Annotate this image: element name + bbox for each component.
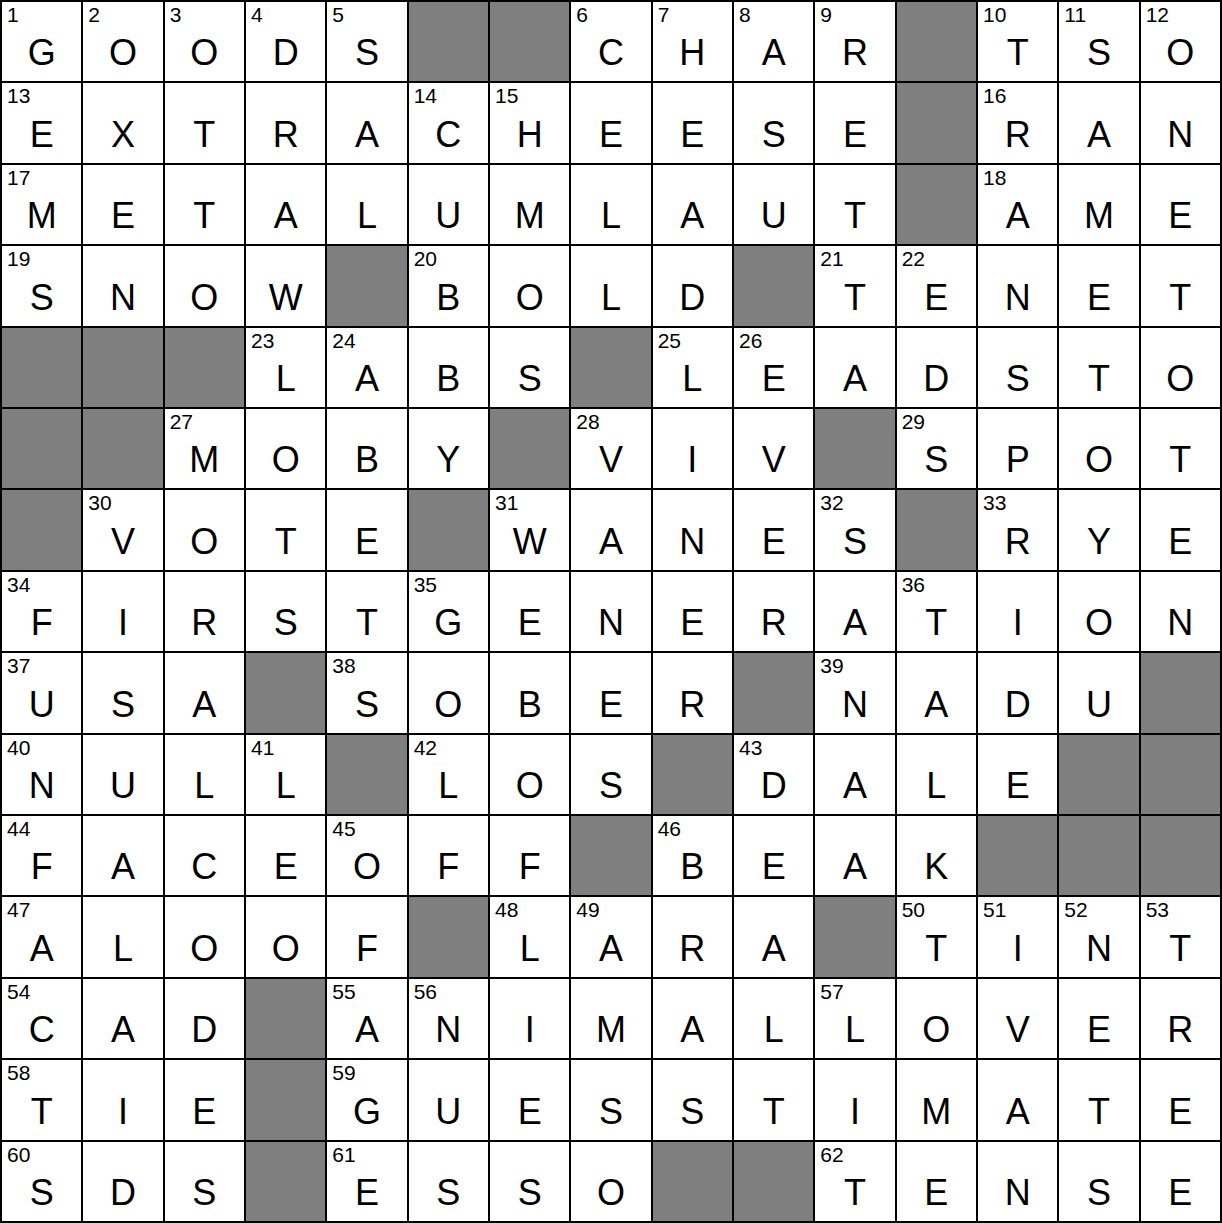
clue-number: 34: [7, 574, 30, 595]
grid-cell[interactable]: 24A: [327, 328, 406, 407]
grid-cell[interactable]: L: [83, 897, 162, 976]
black-cell: [2, 328, 81, 407]
grid-cell[interactable]: O: [1059, 572, 1138, 651]
grid-cell[interactable]: 34F: [2, 572, 81, 651]
grid-cell[interactable]: S: [653, 1060, 732, 1139]
grid-cell[interactable]: S: [83, 653, 162, 732]
grid-cell[interactable]: K: [897, 816, 976, 895]
grid-cell[interactable]: E: [571, 653, 650, 732]
grid-cell[interactable]: M: [1059, 165, 1138, 244]
cell-letter: D: [897, 361, 976, 397]
cell-letter: I: [978, 605, 1057, 641]
grid-cell[interactable]: 58T: [2, 1060, 81, 1139]
grid-cell[interactable]: M: [490, 165, 569, 244]
grid-cell[interactable]: L: [897, 735, 976, 814]
grid-cell[interactable]: N: [1141, 572, 1220, 651]
grid-cell[interactable]: L: [327, 165, 406, 244]
grid-cell[interactable]: B: [409, 328, 488, 407]
grid-cell[interactable]: 16R: [978, 83, 1057, 162]
cell-letter: C: [571, 35, 650, 71]
grid-cell[interactable]: E: [1141, 490, 1220, 569]
grid-cell[interactable]: S: [490, 328, 569, 407]
clue-number: 55: [332, 981, 355, 1002]
cell-letter: O: [490, 280, 569, 316]
grid-cell[interactable]: S: [246, 572, 325, 651]
grid-cell[interactable]: A: [815, 572, 894, 651]
grid-cell[interactable]: 53T: [1141, 897, 1220, 976]
grid-cell[interactable]: O: [571, 1142, 650, 1221]
grid-cell[interactable]: A: [815, 735, 894, 814]
grid-cell[interactable]: A: [571, 490, 650, 569]
clue-number: 42: [414, 737, 437, 758]
grid-cell[interactable]: A: [978, 1060, 1057, 1139]
grid-cell[interactable]: O: [246, 897, 325, 976]
grid-cell[interactable]: A: [734, 897, 813, 976]
grid-cell[interactable]: D: [653, 246, 732, 325]
grid-cell[interactable]: A: [1059, 83, 1138, 162]
black-cell: [1141, 735, 1220, 814]
grid-cell[interactable]: 61E: [327, 1142, 406, 1221]
clue-number: 37: [7, 655, 30, 676]
grid-cell[interactable]: 33R: [978, 490, 1057, 569]
grid-cell[interactable]: I: [490, 979, 569, 1058]
grid-cell[interactable]: 2O: [83, 2, 162, 81]
cell-letter: U: [409, 198, 488, 234]
grid-cell[interactable]: E: [165, 1060, 244, 1139]
grid-cell[interactable]: 41L: [246, 735, 325, 814]
grid-cell[interactable]: I: [83, 572, 162, 651]
grid-cell[interactable]: L: [571, 165, 650, 244]
grid-cell[interactable]: Y: [409, 409, 488, 488]
clue-number: 5: [332, 4, 344, 25]
cell-letter: A: [571, 524, 650, 560]
grid-cell[interactable]: U: [409, 165, 488, 244]
grid-cell[interactable]: E: [327, 490, 406, 569]
grid-cell[interactable]: S: [490, 1142, 569, 1221]
grid-cell[interactable]: 3O: [165, 2, 244, 81]
black-cell: [409, 490, 488, 569]
grid-cell[interactable]: 45O: [327, 816, 406, 895]
grid-cell[interactable]: S: [409, 1142, 488, 1221]
grid-cell[interactable]: T: [734, 1060, 813, 1139]
grid-cell[interactable]: 46B: [653, 816, 732, 895]
cell-letter: L: [734, 1012, 813, 1048]
grid-cell[interactable]: R: [653, 653, 732, 732]
crossword-grid: 1G2O3O4D5S6C7H8A9R10T11S12O13EXTRA14C15H…: [0, 0, 1222, 1223]
clue-number: 2: [88, 4, 100, 25]
cell-letter: B: [653, 849, 732, 885]
cell-letter: L: [409, 768, 488, 804]
grid-cell[interactable]: E: [490, 572, 569, 651]
clue-number: 7: [658, 4, 670, 25]
black-cell: [83, 409, 162, 488]
cell-letter: O: [1141, 35, 1220, 71]
cell-letter: O: [165, 524, 244, 560]
grid-cell[interactable]: F: [409, 816, 488, 895]
grid-cell[interactable]: 44F: [2, 816, 81, 895]
grid-cell[interactable]: T: [1141, 246, 1220, 325]
cell-letter: L: [327, 198, 406, 234]
grid-cell[interactable]: I: [653, 409, 732, 488]
grid-cell[interactable]: Y: [1059, 490, 1138, 569]
black-cell: [815, 897, 894, 976]
black-cell: [897, 490, 976, 569]
grid-cell[interactable]: T: [815, 165, 894, 244]
grid-cell[interactable]: N: [83, 246, 162, 325]
grid-cell[interactable]: O: [165, 897, 244, 976]
grid-cell[interactable]: V: [734, 409, 813, 488]
black-cell: [83, 328, 162, 407]
grid-cell[interactable]: 4D: [246, 2, 325, 81]
grid-cell[interactable]: I: [83, 1060, 162, 1139]
cell-letter: O: [897, 1012, 976, 1048]
clue-number: 4: [251, 4, 263, 25]
grid-cell[interactable]: 29S: [897, 409, 976, 488]
grid-cell[interactable]: E: [1141, 1060, 1220, 1139]
grid-cell[interactable]: T: [165, 165, 244, 244]
black-cell: [897, 2, 976, 81]
black-cell: [409, 897, 488, 976]
grid-cell[interactable]: U: [409, 1060, 488, 1139]
cell-letter: V: [978, 1012, 1057, 1048]
grid-cell[interactable]: E: [571, 83, 650, 162]
grid-cell[interactable]: 6C: [571, 2, 650, 81]
grid-cell[interactable]: 20B: [409, 246, 488, 325]
grid-cell[interactable]: R: [165, 572, 244, 651]
grid-cell[interactable]: F: [327, 897, 406, 976]
clue-number: 52: [1064, 899, 1087, 920]
grid-cell[interactable]: N: [653, 490, 732, 569]
grid-cell[interactable]: 1G: [2, 2, 81, 81]
black-cell: [246, 979, 325, 1058]
clue-number: 1: [7, 4, 19, 25]
grid-cell[interactable]: E: [246, 816, 325, 895]
cell-letter: A: [897, 687, 976, 723]
black-cell: [1141, 816, 1220, 895]
clue-number: 40: [7, 737, 30, 758]
grid-cell[interactable]: U: [734, 165, 813, 244]
clue-number: 22: [902, 248, 925, 269]
cell-letter: A: [1059, 117, 1138, 153]
grid-cell[interactable]: R: [1141, 979, 1220, 1058]
cell-letter: L: [571, 198, 650, 234]
grid-cell[interactable]: S: [734, 83, 813, 162]
grid-cell[interactable]: 52N: [1059, 897, 1138, 976]
grid-cell[interactable]: 40N: [2, 735, 81, 814]
grid-cell[interactable]: A: [653, 165, 732, 244]
grid-cell[interactable]: R: [246, 83, 325, 162]
grid-cell[interactable]: U: [83, 735, 162, 814]
grid-cell[interactable]: 15H: [490, 83, 569, 162]
grid-cell[interactable]: 30V: [83, 490, 162, 569]
grid-cell[interactable]: U: [1059, 653, 1138, 732]
grid-cell[interactable]: 26E: [734, 328, 813, 407]
grid-cell[interactable]: S: [978, 328, 1057, 407]
grid-cell[interactable]: A: [246, 165, 325, 244]
grid-cell[interactable]: 28V: [571, 409, 650, 488]
grid-cell[interactable]: 14C: [409, 83, 488, 162]
black-cell: [653, 735, 732, 814]
grid-cell[interactable]: S: [571, 735, 650, 814]
cell-letter: R: [1141, 1012, 1220, 1048]
cell-letter: L: [815, 1012, 894, 1048]
grid-cell[interactable]: A: [653, 979, 732, 1058]
grid-cell[interactable]: 35G: [409, 572, 488, 651]
grid-cell[interactable]: 9R: [815, 2, 894, 81]
grid-cell[interactable]: 37U: [2, 653, 81, 732]
cell-letter: L: [246, 768, 325, 804]
grid-cell[interactable]: 12O: [1141, 2, 1220, 81]
grid-cell[interactable]: 39N: [815, 653, 894, 732]
grid-cell[interactable]: 7H: [653, 2, 732, 81]
cell-letter: E: [1059, 280, 1138, 316]
cell-letter: U: [83, 768, 162, 804]
cell-letter: Y: [409, 442, 488, 478]
grid-cell[interactable]: V: [978, 979, 1057, 1058]
grid-cell[interactable]: T: [1141, 409, 1220, 488]
grid-cell[interactable]: E: [978, 735, 1057, 814]
grid-cell[interactable]: O: [897, 979, 976, 1058]
grid-cell[interactable]: E: [653, 572, 732, 651]
grid-cell[interactable]: E: [734, 490, 813, 569]
grid-cell[interactable]: 27M: [165, 409, 244, 488]
grid-cell[interactable]: 5S: [327, 2, 406, 81]
grid-cell[interactable]: 51I: [978, 897, 1057, 976]
cell-letter: A: [2, 931, 81, 967]
black-cell: [246, 653, 325, 732]
cell-letter: R: [653, 931, 732, 967]
grid-cell[interactable]: E: [897, 1142, 976, 1221]
cell-letter: O: [409, 687, 488, 723]
grid-cell[interactable]: 60S: [2, 1142, 81, 1221]
grid-cell[interactable]: 47A: [2, 897, 81, 976]
grid-cell[interactable]: 11S: [1059, 2, 1138, 81]
grid-cell[interactable]: A: [165, 653, 244, 732]
clue-number: 26: [739, 330, 762, 351]
grid-cell[interactable]: A: [327, 83, 406, 162]
cell-letter: D: [653, 280, 732, 316]
grid-cell[interactable]: R: [653, 897, 732, 976]
cell-letter: W: [490, 524, 569, 560]
cell-letter: O: [1141, 361, 1220, 397]
grid-cell[interactable]: M: [897, 1060, 976, 1139]
grid-cell[interactable]: E: [1141, 165, 1220, 244]
grid-cell[interactable]: E: [1141, 1142, 1220, 1221]
grid-cell[interactable]: 8A: [734, 2, 813, 81]
cell-letter: L: [165, 768, 244, 804]
cell-letter: E: [897, 1175, 976, 1211]
cell-letter: T: [815, 1175, 894, 1211]
grid-cell[interactable]: D: [978, 653, 1057, 732]
cell-letter: S: [653, 1094, 732, 1130]
black-cell: [734, 653, 813, 732]
cell-letter: B: [327, 442, 406, 478]
grid-cell[interactable]: A: [83, 979, 162, 1058]
clue-number: 43: [739, 737, 762, 758]
grid-cell[interactable]: 18A: [978, 165, 1057, 244]
grid-cell[interactable]: N: [571, 572, 650, 651]
grid-cell[interactable]: A: [815, 328, 894, 407]
cell-letter: A: [83, 849, 162, 885]
cell-letter: R: [978, 524, 1057, 560]
grid-cell[interactable]: 49A: [571, 897, 650, 976]
grid-cell[interactable]: O: [246, 409, 325, 488]
grid-cell[interactable]: P: [978, 409, 1057, 488]
grid-cell[interactable]: C: [165, 816, 244, 895]
clue-number: 27: [170, 411, 193, 432]
cell-letter: N: [815, 687, 894, 723]
cell-letter: E: [246, 849, 325, 885]
grid-cell[interactable]: N: [978, 1142, 1057, 1221]
grid-cell[interactable]: 22E: [897, 246, 976, 325]
cell-letter: H: [653, 35, 732, 71]
grid-cell[interactable]: L: [734, 979, 813, 1058]
grid-cell[interactable]: M: [571, 979, 650, 1058]
cell-letter: N: [978, 1175, 1057, 1211]
grid-cell[interactable]: B: [327, 409, 406, 488]
grid-cell[interactable]: E: [1059, 246, 1138, 325]
grid-cell[interactable]: 17M: [2, 165, 81, 244]
grid-cell[interactable]: D: [83, 1142, 162, 1221]
grid-cell[interactable]: E: [1059, 979, 1138, 1058]
grid-cell[interactable]: 10T: [978, 2, 1057, 81]
grid-cell[interactable]: F: [490, 816, 569, 895]
grid-cell[interactable]: 59G: [327, 1060, 406, 1139]
cell-letter: E: [734, 849, 813, 885]
cell-letter: L: [490, 931, 569, 967]
grid-cell[interactable]: X: [83, 83, 162, 162]
cell-letter: R: [978, 117, 1057, 153]
grid-cell[interactable]: E: [83, 165, 162, 244]
grid-cell[interactable]: A: [897, 653, 976, 732]
grid-cell[interactable]: E: [490, 1060, 569, 1139]
cell-letter: S: [734, 117, 813, 153]
grid-cell[interactable]: 62T: [815, 1142, 894, 1221]
grid-cell[interactable]: B: [490, 653, 569, 732]
clue-number: 23: [251, 330, 274, 351]
grid-cell[interactable]: E: [815, 83, 894, 162]
grid-cell[interactable]: T: [1059, 1060, 1138, 1139]
grid-cell[interactable]: O: [409, 653, 488, 732]
cell-letter: G: [327, 1094, 406, 1130]
grid-cell[interactable]: D: [897, 328, 976, 407]
black-cell: [246, 1142, 325, 1221]
grid-cell[interactable]: S: [1059, 1142, 1138, 1221]
clue-number: 21: [820, 248, 843, 269]
grid-cell[interactable]: E: [653, 83, 732, 162]
grid-cell[interactable]: 31W: [490, 490, 569, 569]
clue-number: 12: [1146, 4, 1169, 25]
grid-cell[interactable]: T: [1059, 328, 1138, 407]
clue-number: 33: [983, 492, 1006, 513]
grid-cell[interactable]: 23L: [246, 328, 325, 407]
grid-cell[interactable]: 48L: [490, 897, 569, 976]
black-cell: [571, 816, 650, 895]
grid-cell[interactable]: 36T: [897, 572, 976, 651]
grid-cell[interactable]: T: [246, 490, 325, 569]
cell-letter: T: [246, 524, 325, 560]
grid-cell[interactable]: 54C: [2, 979, 81, 1058]
cell-letter: E: [1141, 1094, 1220, 1130]
black-cell: [897, 165, 976, 244]
grid-cell[interactable]: 32S: [815, 490, 894, 569]
grid-cell[interactable]: L: [571, 246, 650, 325]
black-cell: [978, 816, 1057, 895]
grid-cell[interactable]: W: [246, 246, 325, 325]
cell-letter: N: [1141, 605, 1220, 641]
grid-cell[interactable]: I: [978, 572, 1057, 651]
grid-cell[interactable]: O: [165, 246, 244, 325]
cell-letter: O: [1059, 442, 1138, 478]
clue-number: 47: [7, 899, 30, 920]
cell-letter: T: [978, 35, 1057, 71]
grid-cell[interactable]: 57L: [815, 979, 894, 1058]
grid-cell[interactable]: 25L: [653, 328, 732, 407]
grid-cell[interactable]: 38S: [327, 653, 406, 732]
black-cell: [734, 246, 813, 325]
cell-letter: O: [83, 35, 162, 71]
cell-letter: S: [571, 768, 650, 804]
grid-cell[interactable]: O: [490, 246, 569, 325]
grid-cell[interactable]: O: [490, 735, 569, 814]
grid-cell[interactable]: 13E: [2, 83, 81, 162]
grid-cell[interactable]: 50T: [897, 897, 976, 976]
grid-cell[interactable]: A: [815, 816, 894, 895]
grid-cell[interactable]: I: [815, 1060, 894, 1139]
grid-cell[interactable]: 42L: [409, 735, 488, 814]
grid-cell[interactable]: 56N: [409, 979, 488, 1058]
grid-cell[interactable]: 43D: [734, 735, 813, 814]
clue-number: 29: [902, 411, 925, 432]
clue-number: 36: [902, 574, 925, 595]
grid-cell[interactable]: N: [1141, 83, 1220, 162]
grid-cell[interactable]: A: [83, 816, 162, 895]
grid-cell[interactable]: O: [1141, 328, 1220, 407]
grid-cell[interactable]: D: [165, 979, 244, 1058]
clue-number: 48: [495, 899, 518, 920]
cell-letter: S: [897, 442, 976, 478]
grid-cell[interactable]: S: [165, 1142, 244, 1221]
black-cell: [246, 1060, 325, 1139]
grid-cell[interactable]: R: [734, 572, 813, 651]
grid-cell[interactable]: 55A: [327, 979, 406, 1058]
cell-letter: S: [83, 687, 162, 723]
black-cell: [897, 83, 976, 162]
cell-letter: O: [327, 849, 406, 885]
cell-letter: A: [246, 198, 325, 234]
grid-cell[interactable]: O: [1059, 409, 1138, 488]
clue-number: 3: [170, 4, 182, 25]
cell-letter: R: [653, 687, 732, 723]
grid-cell[interactable]: 21T: [815, 246, 894, 325]
grid-cell[interactable]: T: [165, 83, 244, 162]
cell-letter: B: [409, 280, 488, 316]
cell-letter: M: [897, 1094, 976, 1130]
clue-number: 32: [820, 492, 843, 513]
grid-cell[interactable]: E: [734, 816, 813, 895]
cell-letter: R: [734, 605, 813, 641]
grid-cell[interactable]: T: [327, 572, 406, 651]
grid-cell[interactable]: N: [978, 246, 1057, 325]
cell-letter: E: [1059, 1012, 1138, 1048]
grid-cell[interactable]: O: [165, 490, 244, 569]
black-cell: [1059, 735, 1138, 814]
cell-letter: L: [83, 931, 162, 967]
grid-cell[interactable]: L: [165, 735, 244, 814]
grid-cell[interactable]: S: [571, 1060, 650, 1139]
grid-cell[interactable]: 19S: [2, 246, 81, 325]
cell-letter: E: [490, 605, 569, 641]
